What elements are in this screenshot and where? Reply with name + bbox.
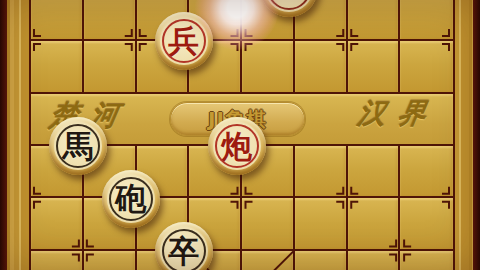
- palace-diagonal: [242, 250, 295, 270]
- position-mark: [87, 239, 94, 246]
- river-label-han-jie: 汉界: [356, 100, 441, 128]
- position-mark: [404, 239, 411, 246]
- xiangqi-game-screen: 楚河 汉界 JJ象棋 兵炮馬砲卒: [0, 0, 480, 270]
- piece-character: 兵: [168, 26, 199, 57]
- piece-character: 馬: [62, 131, 93, 162]
- piece-face: 砲: [107, 175, 155, 223]
- position-mark: [389, 239, 396, 246]
- piece-character: 炮: [221, 131, 252, 162]
- black-soldier-piece[interactable]: 卒: [155, 222, 213, 270]
- position-mark: [72, 239, 79, 246]
- position-mark: [336, 187, 343, 194]
- position-mark: [231, 202, 238, 209]
- position-mark: [140, 44, 147, 51]
- position-mark: [351, 29, 358, 36]
- position-mark: [34, 187, 41, 194]
- piece-face: 卒: [160, 227, 208, 270]
- position-mark: [140, 29, 147, 36]
- position-mark: [34, 44, 41, 51]
- position-mark: [72, 254, 79, 261]
- black-cannon-piece[interactable]: 砲: [102, 170, 160, 228]
- piece-face: 馬: [54, 122, 102, 170]
- position-mark: [389, 254, 396, 261]
- position-mark: [442, 187, 449, 194]
- position-mark: [442, 29, 449, 36]
- position-mark: [336, 44, 343, 51]
- black-horse-piece[interactable]: 馬: [49, 117, 107, 175]
- position-mark: [442, 44, 449, 51]
- position-mark: [336, 202, 343, 209]
- piece-character: 砲: [115, 183, 146, 214]
- piece-face: 炮: [213, 122, 261, 170]
- position-mark: [246, 202, 253, 209]
- position-mark: [404, 254, 411, 261]
- piece-character: 卒: [168, 236, 199, 267]
- position-mark: [246, 187, 253, 194]
- position-mark: [351, 202, 358, 209]
- red-cannon-piece[interactable]: 炮: [208, 117, 266, 175]
- position-mark: [125, 44, 132, 51]
- position-mark: [442, 202, 449, 209]
- position-mark: [34, 202, 41, 209]
- position-mark: [125, 29, 132, 36]
- position-mark: [351, 187, 358, 194]
- position-mark: [351, 44, 358, 51]
- position-mark: [231, 187, 238, 194]
- position-mark: [87, 254, 94, 261]
- position-mark: [336, 29, 343, 36]
- position-mark: [34, 29, 41, 36]
